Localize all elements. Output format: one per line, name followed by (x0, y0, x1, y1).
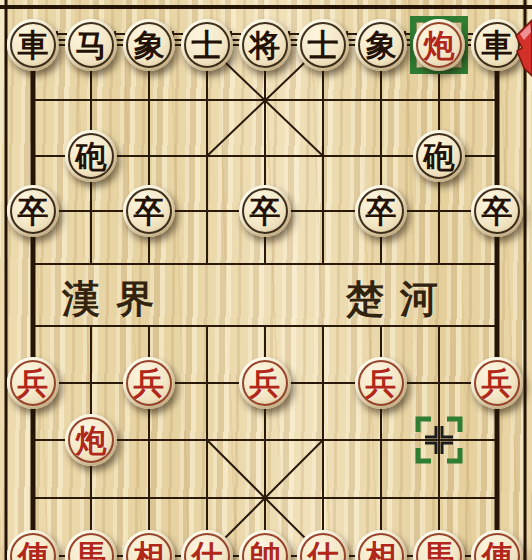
piece-glyph: 俥 (482, 530, 513, 560)
piece-glyph: 相 (366, 530, 397, 560)
piece-glyph: 俥 (18, 530, 49, 560)
xiangqi-board[interactable]: 漢界 楚河 車马象士将士象炮車砲砲卒卒卒卒卒兵兵兵兵兵炮俥馬相仕帥仕相馬俥 (0, 0, 532, 560)
river-label-hanjie: 漢界 (62, 274, 170, 325)
river-label-chuhe: 楚河 (346, 274, 454, 325)
piece-black-elephant[interactable]: 象 (355, 19, 407, 71)
piece-glyph: 兵 (366, 357, 397, 409)
piece-black-elephant[interactable]: 象 (123, 19, 175, 71)
piece-glyph: 車 (482, 19, 513, 71)
piece-glyph: 卒 (18, 185, 49, 237)
piece-glyph: 馬 (76, 530, 107, 560)
piece-red-soldier[interactable]: 兵 (7, 357, 59, 409)
piece-black-soldier[interactable]: 卒 (471, 185, 523, 237)
piece-glyph: 卒 (482, 185, 513, 237)
piece-red-soldier[interactable]: 兵 (123, 357, 175, 409)
piece-glyph: 象 (366, 19, 397, 71)
piece-black-soldier[interactable]: 卒 (7, 185, 59, 237)
piece-black-soldier[interactable]: 卒 (123, 185, 175, 237)
piece-glyph: 帥 (250, 530, 281, 560)
piece-black-soldier[interactable]: 卒 (239, 185, 291, 237)
piece-red-soldier[interactable]: 兵 (239, 357, 291, 409)
piece-glyph: 马 (76, 19, 107, 71)
piece-glyph: 仕 (308, 530, 339, 560)
piece-black-horse[interactable]: 马 (65, 19, 117, 71)
piece-glyph: 卒 (366, 185, 397, 237)
piece-glyph: 相 (134, 530, 165, 560)
piece-red-soldier[interactable]: 兵 (471, 357, 523, 409)
piece-black-advisor[interactable]: 士 (181, 19, 233, 71)
piece-glyph: 砲 (424, 130, 455, 182)
piece-glyph: 士 (308, 19, 339, 71)
piece-glyph: 兵 (482, 357, 513, 409)
piece-black-cannon[interactable]: 砲 (413, 130, 465, 182)
piece-red-cannon[interactable]: 炮 (413, 19, 465, 71)
piece-glyph: 卒 (250, 185, 281, 237)
piece-glyph: 象 (134, 19, 165, 71)
piece-black-general[interactable]: 将 (239, 19, 291, 71)
piece-glyph: 兵 (134, 357, 165, 409)
piece-red-cannon[interactable]: 炮 (65, 414, 117, 466)
piece-glyph: 兵 (250, 357, 281, 409)
piece-black-cannon[interactable]: 砲 (65, 130, 117, 182)
piece-glyph: 炮 (424, 19, 455, 71)
piece-glyph: 兵 (18, 357, 49, 409)
piece-red-soldier[interactable]: 兵 (355, 357, 407, 409)
piece-glyph: 卒 (134, 185, 165, 237)
piece-glyph: 仕 (192, 530, 223, 560)
piece-black-advisor[interactable]: 士 (297, 19, 349, 71)
piece-glyph: 馬 (424, 530, 455, 560)
piece-glyph: 砲 (76, 130, 107, 182)
piece-black-soldier[interactable]: 卒 (355, 185, 407, 237)
red-arrow-cursor (514, 18, 532, 80)
move-origin-cursor (411, 412, 467, 468)
xiangqi-app: { "game": "xiangqi", "position": { "fen"… (0, 0, 532, 560)
piece-glyph: 炮 (76, 414, 107, 466)
piece-black-chariot[interactable]: 車 (7, 19, 59, 71)
piece-glyph: 士 (192, 19, 223, 71)
piece-glyph: 車 (18, 19, 49, 71)
piece-glyph: 将 (250, 19, 281, 71)
